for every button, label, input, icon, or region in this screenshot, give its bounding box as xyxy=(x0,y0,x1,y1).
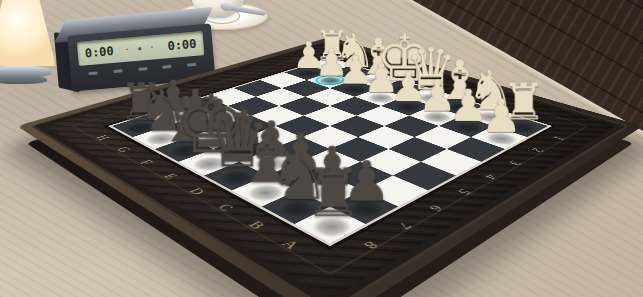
board-projection: ABCDEFGH87654321♜♞♝♛♚♝♞♜♟♟♟♟♟♟♟♟♟♟♟♟♟♟♟♟… xyxy=(118,0,542,297)
clock-left-time: 0:00 xyxy=(84,44,114,60)
lamp-foot xyxy=(0,76,47,84)
board-plane: ABCDEFGH87654321♜♞♝♛♚♝♞♜♟♟♟♟♟♟♟♟♟♟♟♟♟♟♟♟… xyxy=(30,40,629,297)
table-lamp xyxy=(0,0,54,88)
lamp-shade xyxy=(0,0,54,66)
white-pawn-glyph: ♟ xyxy=(419,94,585,138)
black-rook-glyph: ♜ xyxy=(228,163,438,225)
scene: 0:00 · ▪ · 0:00 ABCDEFGH87654321♜♞♝♛♚♝♞♜… xyxy=(0,0,643,297)
